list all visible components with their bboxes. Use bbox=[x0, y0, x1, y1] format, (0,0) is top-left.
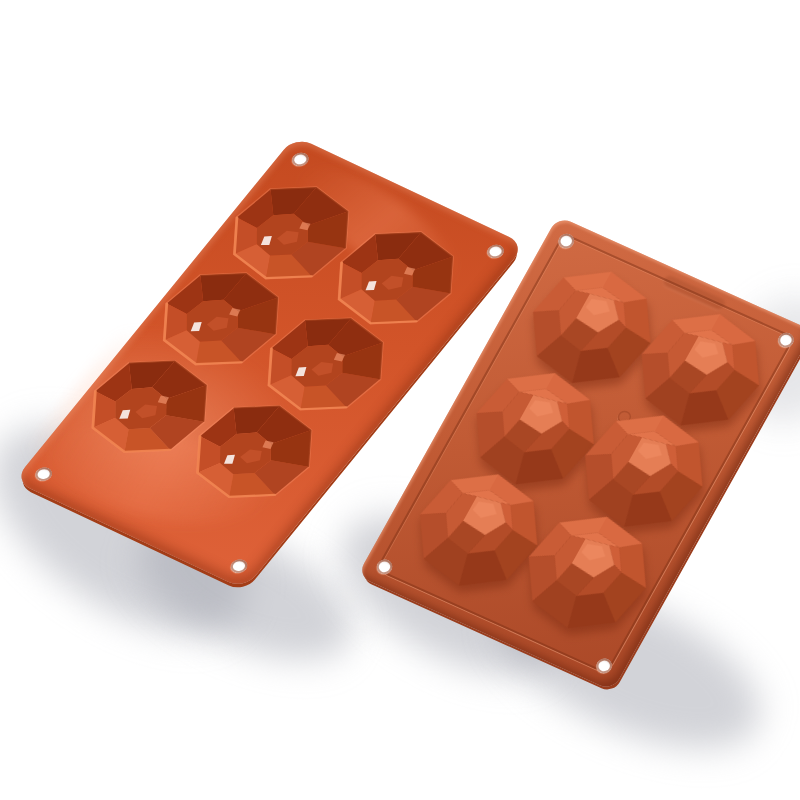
product-photo-stage bbox=[0, 0, 800, 800]
